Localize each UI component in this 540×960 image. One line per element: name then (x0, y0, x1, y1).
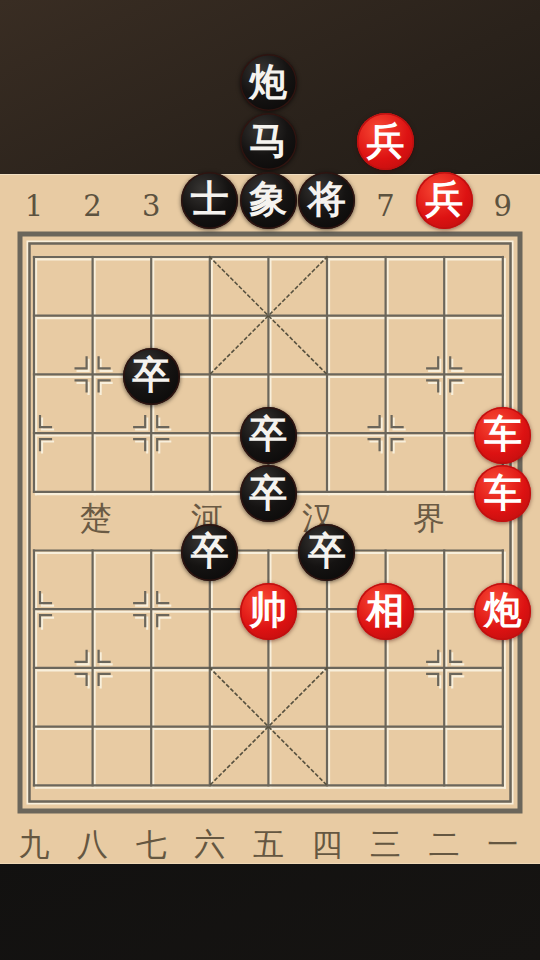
file-label-bottom: 八 (77, 827, 108, 861)
piece-black-soldier[interactable]: 卒 (240, 465, 297, 522)
piece-red-chariot[interactable]: 车 (474, 407, 531, 464)
piece-black-soldier[interactable]: 卒 (181, 524, 238, 581)
piece-red-elephant[interactable]: 相 (357, 583, 414, 640)
piece-black-cannon[interactable]: 炮 (240, 54, 297, 111)
file-label-bottom: 六 (194, 827, 225, 861)
piece-red-cannon[interactable]: 炮 (474, 583, 531, 640)
file-label-bottom: 二 (429, 827, 460, 861)
piece-red-chariot[interactable]: 车 (474, 465, 531, 522)
piece-red-soldier[interactable]: 兵 (357, 113, 414, 170)
piece-black-soldier[interactable]: 卒 (123, 348, 180, 405)
piece-red-general[interactable]: 帅 (240, 583, 297, 640)
file-label-bottom: 五 (253, 827, 284, 861)
piece-red-soldier[interactable]: 兵 (416, 172, 473, 229)
piece-black-soldier[interactable]: 卒 (240, 407, 297, 464)
file-label-bottom: 七 (136, 827, 167, 861)
file-label-bottom: 九 (19, 827, 50, 861)
piece-black-elephant[interactable]: 象 (240, 172, 297, 229)
piece-black-horse[interactable]: 马 (240, 113, 297, 170)
piece-black-general[interactable]: 将 (298, 172, 355, 229)
app-screen: 1 2 3 4 5 6 7 8 9 楚 河 汉 界 九 八 七 六 五 四 三 … (0, 0, 540, 960)
xiangqi-board[interactable]: 炮马士象将兵兵卒卒卒卒卒车车帅相炮 (5, 54, 532, 641)
piece-black-advisor[interactable]: 士 (181, 172, 238, 229)
file-label-bottom: 四 (312, 827, 343, 861)
file-label-bottom: 一 (487, 827, 518, 861)
file-label-bottom: 三 (370, 827, 401, 861)
piece-black-soldier[interactable]: 卒 (298, 524, 355, 581)
